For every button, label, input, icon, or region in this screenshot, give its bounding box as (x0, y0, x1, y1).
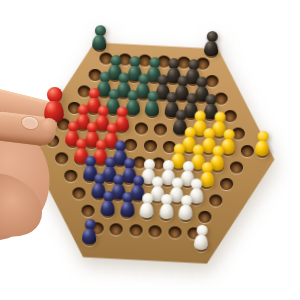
product-photo-stage (0, 0, 300, 300)
held-peg-red[interactable] (43, 87, 65, 122)
hand-fingertip (40, 118, 57, 133)
hand (0, 0, 300, 300)
